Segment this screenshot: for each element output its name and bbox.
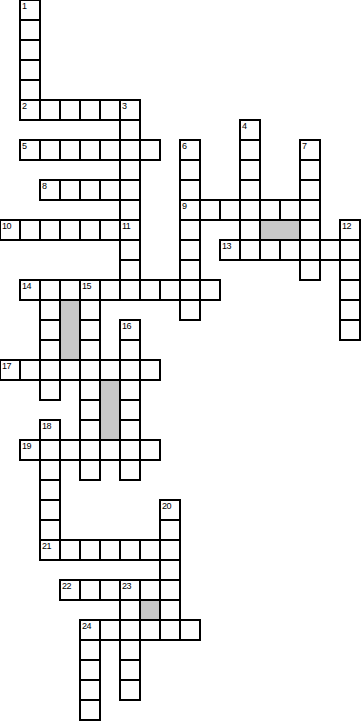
grid-cell[interactable] — [79, 339, 101, 361]
grid-cell[interactable] — [159, 559, 181, 581]
grid-cell[interactable] — [79, 579, 101, 601]
grid-cell[interactable] — [219, 239, 241, 261]
grid-cell[interactable] — [79, 219, 101, 241]
grid-cell[interactable] — [199, 199, 221, 221]
grid-cell[interactable] — [179, 159, 201, 181]
grid-cell[interactable] — [179, 179, 201, 201]
grid-cell[interactable] — [139, 359, 161, 381]
shaded-cell[interactable] — [259, 219, 301, 241]
grid-cell[interactable] — [19, 139, 41, 161]
grid-cell[interactable] — [99, 539, 121, 561]
grid-cell[interactable] — [39, 479, 61, 501]
grid-cell[interactable] — [139, 139, 161, 161]
grid-cell[interactable] — [239, 119, 261, 141]
grid-cell[interactable] — [79, 319, 101, 341]
grid-cell[interactable] — [39, 219, 61, 241]
grid-cell[interactable] — [119, 619, 141, 641]
grid-cell[interactable] — [139, 539, 161, 561]
grid-cell[interactable] — [0, 359, 21, 381]
grid-cell[interactable] — [19, 0, 41, 21]
grid-cell[interactable] — [139, 579, 161, 601]
grid-cell[interactable] — [19, 19, 41, 41]
grid-cell[interactable] — [119, 179, 141, 201]
grid-cell[interactable] — [119, 319, 141, 341]
shaded-cell[interactable] — [99, 379, 121, 441]
grid-cell[interactable] — [119, 639, 141, 661]
grid-cell[interactable] — [279, 239, 301, 261]
grid-cell[interactable] — [19, 359, 41, 381]
grid-cell[interactable] — [179, 299, 201, 321]
grid-cell[interactable] — [239, 179, 261, 201]
grid-cell[interactable] — [119, 379, 141, 401]
grid-cell[interactable] — [119, 579, 141, 601]
grid-cell[interactable] — [99, 359, 121, 381]
grid-cell[interactable] — [79, 539, 101, 561]
grid-cell[interactable] — [99, 279, 121, 301]
grid-cell[interactable] — [119, 139, 141, 161]
grid-cell[interactable] — [179, 279, 201, 301]
grid-cell[interactable] — [119, 99, 141, 121]
grid-cell[interactable] — [299, 239, 321, 261]
grid-cell[interactable] — [239, 219, 261, 241]
grid-cell[interactable] — [19, 39, 41, 61]
grid-cell[interactable] — [339, 299, 361, 321]
grid-cell[interactable] — [39, 319, 61, 341]
shaded-cell[interactable] — [59, 299, 81, 361]
grid-cell[interactable] — [299, 139, 321, 161]
grid-cell[interactable] — [99, 99, 121, 121]
grid-cell[interactable] — [299, 179, 321, 201]
grid-cell[interactable] — [99, 579, 121, 601]
grid-cell[interactable] — [59, 439, 81, 461]
grid-cell[interactable] — [79, 279, 101, 301]
grid-cell[interactable] — [79, 359, 101, 381]
grid-cell[interactable] — [159, 599, 181, 621]
grid-cell[interactable] — [159, 499, 181, 521]
grid-cell[interactable] — [19, 79, 41, 101]
grid-cell[interactable] — [179, 619, 201, 641]
grid-cell[interactable] — [159, 519, 181, 541]
grid-cell[interactable] — [39, 379, 61, 401]
grid-cell[interactable] — [39, 339, 61, 361]
grid-cell[interactable] — [159, 579, 181, 601]
grid-cell[interactable] — [179, 139, 201, 161]
grid-cell[interactable] — [239, 139, 261, 161]
grid-cell[interactable] — [19, 439, 41, 461]
grid-cell[interactable] — [119, 679, 141, 701]
grid-cell[interactable] — [119, 239, 141, 261]
grid-cell[interactable] — [39, 519, 61, 541]
grid-cell[interactable] — [59, 539, 81, 561]
grid-cell[interactable] — [339, 259, 361, 281]
grid-cell[interactable] — [79, 299, 101, 321]
grid-cell[interactable] — [179, 259, 201, 281]
grid-cell[interactable] — [79, 619, 101, 641]
grid-cell[interactable] — [119, 259, 141, 281]
grid-cell[interactable] — [119, 159, 141, 181]
grid-cell[interactable] — [79, 379, 101, 401]
grid-cell[interactable] — [159, 539, 181, 561]
grid-cell[interactable] — [39, 459, 61, 481]
grid-cell[interactable] — [99, 179, 121, 201]
grid-cell[interactable] — [299, 159, 321, 181]
grid-cell[interactable] — [79, 699, 101, 721]
grid-cell[interactable] — [119, 459, 141, 481]
grid-cell[interactable] — [39, 539, 61, 561]
grid-cell[interactable] — [119, 119, 141, 141]
grid-cell[interactable] — [119, 199, 141, 221]
grid-cell[interactable] — [59, 579, 81, 601]
grid-cell[interactable] — [39, 359, 61, 381]
grid-cell[interactable] — [79, 399, 101, 421]
grid-cell[interactable] — [79, 99, 101, 121]
grid-cell[interactable] — [139, 279, 161, 301]
grid-cell[interactable] — [119, 359, 141, 381]
grid-cell[interactable] — [239, 159, 261, 181]
grid-cell[interactable] — [179, 219, 201, 241]
grid-cell[interactable] — [99, 219, 121, 241]
grid-cell[interactable] — [39, 279, 61, 301]
grid-cell[interactable] — [39, 299, 61, 321]
grid-cell[interactable] — [119, 219, 141, 241]
grid-cell[interactable] — [39, 499, 61, 521]
grid-cell[interactable] — [19, 99, 41, 121]
grid-cell[interactable] — [99, 619, 121, 641]
grid-cell[interactable] — [79, 139, 101, 161]
grid-cell[interactable] — [299, 259, 321, 281]
shaded-cell[interactable] — [139, 599, 161, 621]
grid-cell[interactable] — [119, 339, 141, 361]
grid-cell[interactable] — [199, 279, 221, 301]
grid-cell[interactable] — [19, 279, 41, 301]
grid-cell[interactable] — [39, 179, 61, 201]
grid-cell[interactable] — [79, 679, 101, 701]
grid-cell[interactable] — [259, 239, 281, 261]
grid-cell[interactable] — [139, 439, 161, 461]
grid-cell[interactable] — [119, 599, 141, 621]
grid-cell[interactable] — [59, 279, 81, 301]
grid-cell[interactable] — [239, 239, 261, 261]
grid-cell[interactable] — [79, 419, 101, 441]
grid-cell[interactable] — [0, 219, 21, 241]
grid-cell[interactable] — [319, 239, 341, 261]
grid-cell[interactable] — [179, 199, 201, 221]
grid-cell[interactable] — [59, 139, 81, 161]
grid-cell[interactable] — [119, 399, 141, 421]
grid-cell[interactable] — [79, 659, 101, 681]
grid-cell[interactable] — [159, 279, 181, 301]
grid-cell[interactable] — [79, 459, 101, 481]
grid-cell[interactable] — [39, 99, 61, 121]
grid-cell[interactable] — [299, 219, 321, 241]
grid-cell[interactable] — [79, 439, 101, 461]
grid-cell[interactable] — [59, 219, 81, 241]
grid-cell[interactable] — [339, 239, 361, 261]
grid-cell[interactable] — [19, 59, 41, 81]
grid-cell[interactable] — [159, 619, 181, 641]
grid-cell[interactable] — [139, 619, 161, 641]
grid-cell[interactable] — [219, 199, 241, 221]
grid-cell[interactable] — [279, 199, 301, 221]
grid-cell[interactable] — [119, 439, 141, 461]
grid-cell[interactable] — [39, 419, 61, 441]
grid-cell[interactable] — [59, 359, 81, 381]
grid-cell[interactable] — [59, 179, 81, 201]
grid-cell[interactable] — [259, 199, 281, 221]
grid-cell[interactable] — [39, 139, 61, 161]
grid-cell[interactable] — [99, 139, 121, 161]
grid-cell[interactable] — [59, 99, 81, 121]
grid-cell[interactable] — [119, 539, 141, 561]
grid-cell[interactable] — [339, 219, 361, 241]
crossword-grid: 123456789101112131415161718192021222324 — [0, 0, 361, 721]
grid-cell[interactable] — [99, 439, 121, 461]
grid-cell[interactable] — [39, 439, 61, 461]
grid-cell[interactable] — [239, 199, 261, 221]
grid-cell[interactable] — [79, 639, 101, 661]
grid-cell[interactable] — [339, 279, 361, 301]
grid-cell[interactable] — [339, 319, 361, 341]
grid-cell[interactable] — [19, 219, 41, 241]
grid-cell[interactable] — [119, 279, 141, 301]
grid-cell[interactable] — [299, 199, 321, 221]
grid-cell[interactable] — [79, 179, 101, 201]
grid-cell[interactable] — [119, 419, 141, 441]
grid-cell[interactable] — [179, 239, 201, 261]
grid-cell[interactable] — [119, 659, 141, 681]
